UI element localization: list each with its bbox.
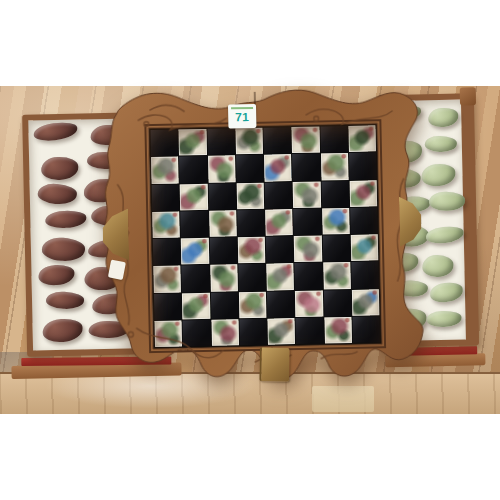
square-r2c1-painted[interactable] — [151, 157, 179, 184]
square-r8c3-painted[interactable] — [211, 319, 239, 346]
square-r7c3-black[interactable] — [210, 292, 238, 319]
square-r3c3-black[interactable] — [208, 183, 236, 210]
auction-photo: 71 — [0, 0, 500, 500]
green-piece-8[interactable] — [429, 192, 465, 212]
square-r5c7-black[interactable] — [322, 235, 350, 262]
tray-corner-post — [460, 87, 476, 105]
square-r8c7-painted[interactable] — [324, 317, 352, 344]
square-r1c6-painted[interactable] — [292, 127, 320, 154]
chess-case: 71 — [12, 83, 489, 415]
square-r3c5-black[interactable] — [265, 182, 293, 209]
square-r8c1-painted[interactable] — [154, 320, 182, 347]
square-r2c7-painted[interactable] — [321, 153, 349, 180]
square-r7c2-painted[interactable] — [182, 292, 210, 319]
square-r1c7-black[interactable] — [320, 126, 348, 153]
brown-piece-11[interactable] — [38, 264, 75, 286]
square-r7c8-painted[interactable] — [352, 289, 380, 316]
left-piece-tray — [22, 112, 169, 357]
square-r6c2-black[interactable] — [182, 265, 210, 292]
green-piece-6[interactable] — [421, 163, 457, 188]
square-r2c5-painted[interactable] — [264, 154, 292, 181]
square-r4c1-painted[interactable] — [152, 211, 180, 238]
green-piece-12[interactable] — [422, 255, 453, 277]
green-piece-11[interactable] — [388, 252, 419, 273]
square-r8c2-black[interactable] — [183, 320, 211, 347]
square-r6c5-painted[interactable] — [266, 263, 294, 290]
bottom-brass-hinge — [259, 347, 289, 381]
green-piece-16[interactable] — [426, 311, 461, 328]
brown-piece-1[interactable] — [33, 120, 79, 142]
square-r5c1-black[interactable] — [153, 238, 181, 265]
green-piece-10[interactable] — [425, 225, 465, 245]
square-r1c1-black[interactable] — [150, 129, 178, 156]
green-piece-1[interactable] — [382, 103, 422, 124]
right-piece-tray — [378, 93, 479, 347]
brown-piece-14[interactable] — [91, 292, 132, 317]
square-r5c4-painted[interactable] — [238, 237, 266, 264]
square-r2c3-painted[interactable] — [208, 156, 236, 183]
lot-number-sticker: 71 — [228, 104, 256, 129]
green-piece-5[interactable] — [387, 167, 421, 189]
square-r8c5-painted[interactable] — [267, 318, 295, 345]
sticker-small-print — [231, 106, 253, 108]
square-r5c2-painted[interactable] — [181, 238, 209, 265]
square-r3c1-black[interactable] — [152, 184, 180, 211]
square-r3c7-black[interactable] — [321, 180, 349, 207]
square-r5c5-black[interactable] — [266, 236, 294, 263]
square-r4c5-painted[interactable] — [265, 209, 293, 236]
square-r6c1-painted[interactable] — [153, 266, 181, 293]
brown-piece-13[interactable] — [46, 291, 85, 310]
green-piece-2[interactable] — [428, 107, 459, 128]
green-piece-15[interactable] — [392, 307, 428, 331]
wooden-table: 71 — [0, 86, 500, 414]
square-r1c5-black[interactable] — [263, 127, 291, 154]
square-r7c1-black[interactable] — [154, 293, 182, 320]
square-r7c5-black[interactable] — [267, 291, 295, 318]
square-r4c4-black[interactable] — [237, 209, 265, 236]
green-piece-13[interactable] — [395, 280, 428, 298]
brown-piece-16[interactable] — [88, 321, 129, 339]
square-r1c2-painted[interactable] — [179, 129, 207, 156]
square-r3c8-painted[interactable] — [349, 180, 377, 207]
square-r7c6-painted[interactable] — [295, 290, 323, 317]
brown-piece-2[interactable] — [90, 124, 127, 147]
square-r7c7-black[interactable] — [323, 289, 351, 316]
square-r2c2-black[interactable] — [179, 156, 207, 183]
brown-piece-15[interactable] — [42, 318, 84, 344]
green-piece-3[interactable] — [391, 140, 422, 163]
square-r2c6-black[interactable] — [292, 154, 320, 181]
chess-board — [148, 123, 382, 349]
square-r4c8-black[interactable] — [350, 207, 378, 234]
square-r6c4-black[interactable] — [238, 264, 266, 291]
square-r4c6-black[interactable] — [293, 208, 321, 235]
green-piece-4[interactable] — [425, 135, 457, 152]
square-r1c8-painted[interactable] — [348, 125, 376, 152]
red-lining-left — [21, 356, 171, 366]
square-r2c8-black[interactable] — [349, 153, 377, 180]
brown-piece-7[interactable] — [45, 210, 87, 229]
square-r1c4-painted[interactable] — [235, 128, 263, 155]
square-r6c8-black[interactable] — [351, 262, 379, 289]
square-r3c4-painted[interactable] — [236, 182, 264, 209]
brown-piece-6[interactable] — [83, 177, 125, 204]
square-r8c4-black[interactable] — [239, 318, 267, 345]
square-r4c3-painted[interactable] — [209, 210, 237, 237]
square-r6c6-black[interactable] — [295, 263, 323, 290]
square-r5c8-painted[interactable] — [350, 234, 378, 261]
square-r8c8-black[interactable] — [352, 316, 380, 343]
green-piece-14[interactable] — [429, 281, 464, 304]
lot-number: 71 — [235, 108, 250, 125]
brown-piece-4[interactable] — [87, 151, 126, 169]
square-r3c2-painted[interactable] — [180, 183, 208, 210]
square-r5c6-painted[interactable] — [294, 236, 322, 263]
square-r8c6-black[interactable] — [296, 317, 324, 344]
square-r5c3-black[interactable] — [209, 237, 237, 264]
brown-piece-5[interactable] — [37, 182, 78, 205]
square-r2c4-black[interactable] — [236, 155, 264, 182]
square-r3c6-painted[interactable] — [293, 181, 321, 208]
square-r7c4-painted[interactable] — [239, 291, 267, 318]
square-r4c2-black[interactable] — [180, 211, 208, 238]
square-r6c3-painted[interactable] — [210, 265, 238, 292]
brown-piece-3[interactable] — [41, 157, 78, 181]
square-r6c7-painted[interactable] — [323, 262, 351, 289]
square-r1c3-black[interactable] — [207, 128, 235, 155]
brown-piece-9[interactable] — [41, 237, 85, 263]
square-r4c7-painted[interactable] — [322, 208, 350, 235]
